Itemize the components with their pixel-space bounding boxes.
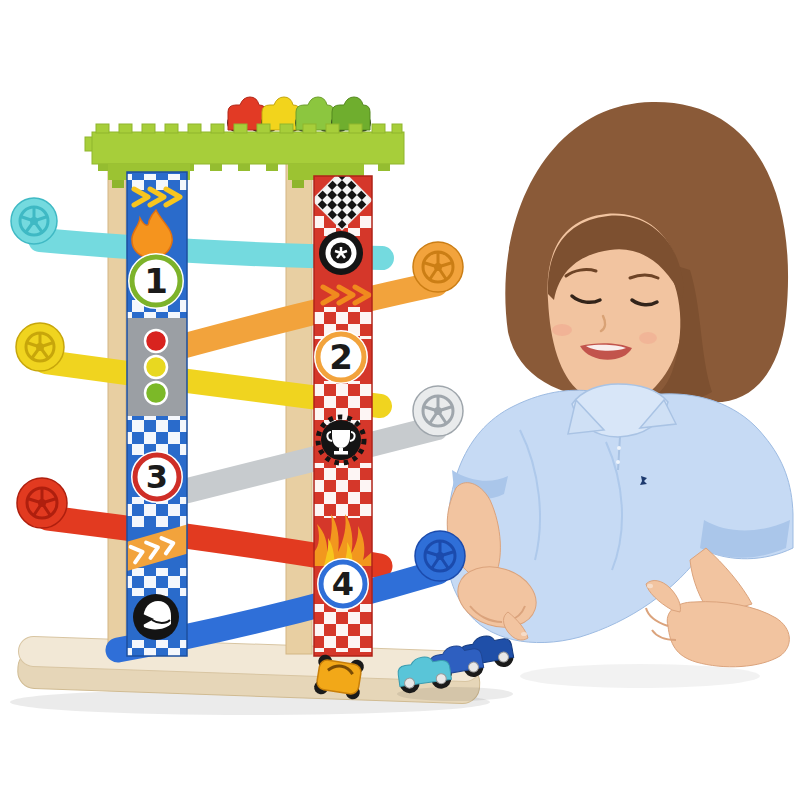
ramp-wheel (17, 478, 67, 528)
checker-band (127, 415, 187, 455)
number-badge-1: 1 (129, 254, 183, 308)
checker-band (314, 381, 372, 425)
ramp-wheel (413, 386, 463, 436)
step-number-4: 4 (332, 565, 354, 603)
shirt-button (616, 460, 620, 464)
checker-band (127, 568, 187, 596)
boy-blush-right (639, 332, 657, 344)
checker-band (127, 640, 187, 656)
boy-blush-left (552, 324, 572, 336)
right-pillar: 2 4 (312, 170, 372, 656)
left-pillar: 1 3 (116, 172, 197, 656)
checker-band (314, 604, 372, 652)
ramp-wheel (415, 531, 465, 581)
checker-band (314, 463, 372, 518)
step-number-1: 1 (144, 261, 168, 301)
photo-scene: 1 3 (0, 0, 800, 800)
shirt-button (617, 446, 621, 450)
ramp-wheel (11, 198, 57, 244)
number-badge-2: 2 (315, 331, 367, 383)
number-badge-3: 3 (132, 452, 182, 502)
traffic-light-icon (145, 330, 167, 404)
scene-svg: 1 3 (0, 0, 800, 800)
tire-icon (319, 231, 363, 275)
platform-bar (92, 132, 404, 164)
ramp-wheel (16, 323, 64, 371)
step-number-2: 2 (329, 337, 353, 377)
ramp-wheel (413, 242, 463, 292)
boy-shadow (520, 664, 760, 688)
number-badge-4: 4 (318, 559, 368, 609)
helmet-icon (133, 594, 179, 640)
step-number-3: 3 (146, 458, 168, 496)
